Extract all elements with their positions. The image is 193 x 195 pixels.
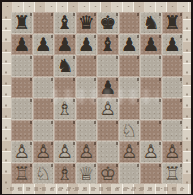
square-h7[interactable]: ♟ [162, 34, 184, 56]
square-f8[interactable] [119, 12, 141, 34]
white-rook-icon: ♖ [13, 163, 30, 185]
square-c6[interactable]: ♞ [54, 55, 76, 77]
white-knight-icon: ♘ [35, 163, 52, 185]
square-a6[interactable] [11, 55, 33, 77]
square-c1[interactable]: ♗ [54, 163, 76, 185]
white-pawn-icon: ♙ [99, 98, 116, 120]
square-a3[interactable] [11, 120, 33, 142]
square-e5[interactable]: ♟ [97, 77, 119, 99]
white-pawn-icon: ♙ [121, 141, 138, 163]
square-g2[interactable]: ♙ [140, 141, 162, 163]
square-f2[interactable]: ♙ [119, 141, 141, 163]
square-h6[interactable] [162, 55, 184, 77]
square-b1[interactable]: ♘ [33, 163, 55, 185]
black-knight-icon: ♞ [142, 12, 159, 34]
black-pawn-icon: ♟ [35, 34, 52, 56]
square-d6[interactable] [76, 55, 98, 77]
black-rook-icon: ♜ [13, 12, 30, 34]
white-pawn-icon: ♙ [78, 141, 95, 163]
square-b4[interactable] [33, 98, 55, 120]
white-pawn-icon: ♙ [13, 141, 30, 163]
square-e1[interactable]: ♔ [97, 163, 119, 185]
square-a4[interactable] [11, 98, 33, 120]
square-g5[interactable] [140, 77, 162, 99]
black-rook-icon: ♜ [164, 12, 181, 34]
black-pawn-icon: ♟ [142, 34, 159, 56]
square-a2[interactable]: ♙ [11, 141, 33, 163]
square-c2[interactable]: ♙ [54, 141, 76, 163]
square-d3[interactable] [76, 120, 98, 142]
white-rook-icon: ♖ [164, 163, 181, 185]
black-pawn-icon: ♟ [164, 34, 181, 56]
square-f6[interactable] [119, 55, 141, 77]
square-a5[interactable] [11, 77, 33, 99]
square-a1[interactable]: ♖ [11, 163, 33, 185]
square-a7[interactable]: ♟ [11, 34, 33, 56]
square-g7[interactable]: ♟ [140, 34, 162, 56]
chess-diagram: ♜♝♛♚♞♜♟♟♟♟♝♟♟♟♞♟♗♙♘♙♙♙♙♙♙♙♖♘♗♕♔♖ [0, 0, 193, 195]
black-queen-icon: ♛ [78, 12, 95, 34]
square-d5[interactable] [76, 77, 98, 99]
square-h4[interactable] [162, 98, 184, 120]
square-c8[interactable]: ♝ [54, 12, 76, 34]
square-b7[interactable]: ♟ [33, 34, 55, 56]
square-e2[interactable] [97, 141, 119, 163]
square-g1[interactable] [140, 163, 162, 185]
square-h3[interactable] [162, 120, 184, 142]
square-c5[interactable] [54, 77, 76, 99]
black-pawn-icon: ♟ [99, 77, 116, 99]
black-pawn-icon: ♟ [78, 34, 95, 56]
black-bishop-icon: ♝ [56, 12, 73, 34]
square-e8[interactable]: ♚ [97, 12, 119, 34]
black-knight-icon: ♞ [56, 55, 73, 77]
square-h1[interactable]: ♖ [162, 163, 184, 185]
border-tiles-bottom [2, 184, 191, 194]
square-g6[interactable] [140, 55, 162, 77]
square-b6[interactable] [33, 55, 55, 77]
square-c4[interactable]: ♗ [54, 98, 76, 120]
black-pawn-icon: ♟ [121, 34, 138, 56]
square-d4[interactable] [76, 98, 98, 120]
square-b2[interactable]: ♙ [33, 141, 55, 163]
square-h2[interactable]: ♙ [162, 141, 184, 163]
white-pawn-icon: ♙ [56, 141, 73, 163]
white-pawn-icon: ♙ [164, 141, 181, 163]
black-king-icon: ♚ [99, 12, 116, 34]
white-bishop-icon: ♗ [56, 98, 73, 120]
square-c7[interactable]: ♟ [54, 34, 76, 56]
square-f5[interactable] [119, 77, 141, 99]
white-knight-icon: ♘ [121, 120, 138, 142]
square-d1[interactable]: ♕ [76, 163, 98, 185]
black-pawn-icon: ♟ [56, 34, 73, 56]
black-pawn-icon: ♟ [13, 34, 30, 56]
square-e6[interactable] [97, 55, 119, 77]
white-pawn-icon: ♙ [142, 141, 159, 163]
black-bishop-icon: ♝ [99, 34, 116, 56]
square-g4[interactable] [140, 98, 162, 120]
square-g3[interactable] [140, 120, 162, 142]
square-h5[interactable] [162, 77, 184, 99]
square-b5[interactable] [33, 77, 55, 99]
white-bishop-icon: ♗ [56, 163, 73, 185]
square-b8[interactable] [33, 12, 55, 34]
square-h8[interactable]: ♜ [162, 12, 184, 34]
square-f7[interactable]: ♟ [119, 34, 141, 56]
square-c3[interactable] [54, 120, 76, 142]
border-tiles-top [2, 2, 191, 12]
border-tiles-right [183, 12, 191, 184]
white-queen-icon: ♕ [78, 163, 95, 185]
square-e7[interactable]: ♝ [97, 34, 119, 56]
square-b3[interactable] [33, 120, 55, 142]
square-d2[interactable]: ♙ [76, 141, 98, 163]
square-a8[interactable]: ♜ [11, 12, 33, 34]
square-d8[interactable]: ♛ [76, 12, 98, 34]
square-f4[interactable] [119, 98, 141, 120]
square-e3[interactable] [97, 120, 119, 142]
square-e4[interactable]: ♙ [97, 98, 119, 120]
white-king-icon: ♔ [99, 163, 116, 185]
white-pawn-icon: ♙ [35, 141, 52, 163]
square-f1[interactable] [119, 163, 141, 185]
square-d7[interactable]: ♟ [76, 34, 98, 56]
square-f3[interactable]: ♘ [119, 120, 141, 142]
chess-board: ♜♝♛♚♞♜♟♟♟♟♝♟♟♟♞♟♗♙♘♙♙♙♙♙♙♙♖♘♗♕♔♖ [11, 12, 183, 184]
border-tiles-left [2, 12, 11, 184]
square-g8[interactable]: ♞ [140, 12, 162, 34]
